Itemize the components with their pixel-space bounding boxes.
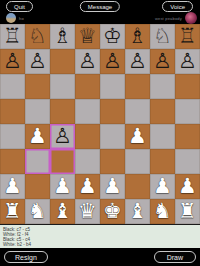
chess-app-screen: Quit Message Voice ho west peabody ♖♘♗♕♔… xyxy=(0,0,200,266)
square-h5[interactable] xyxy=(175,99,200,124)
bottom-bar: Resign Draw xyxy=(0,248,200,266)
square-f5[interactable] xyxy=(125,99,150,124)
piece-white-pawn: ♟ xyxy=(75,174,100,199)
square-d1[interactable]: ♛ xyxy=(75,199,100,224)
piece-black-bishop: ♗ xyxy=(125,24,150,49)
piece-black-knight: ♘ xyxy=(25,24,50,49)
square-b7[interactable]: ♙ xyxy=(25,49,50,74)
piece-white-pawn: ♟ xyxy=(50,174,75,199)
square-a1[interactable]: ♜ xyxy=(0,199,25,224)
square-b1[interactable]: ♞ xyxy=(25,199,50,224)
square-d8[interactable]: ♕ xyxy=(75,24,100,49)
square-d3[interactable] xyxy=(75,149,100,174)
piece-black-rook: ♖ xyxy=(0,24,25,49)
square-h2[interactable]: ♟ xyxy=(175,174,200,199)
square-h4[interactable] xyxy=(175,124,200,149)
square-e5[interactable] xyxy=(100,99,125,124)
move-entry: White: b2 - b4 xyxy=(3,242,200,247)
piece-white-pawn: ♟ xyxy=(100,174,125,199)
square-f3[interactable] xyxy=(125,149,150,174)
square-f6[interactable] xyxy=(125,74,150,99)
piece-white-rook: ♜ xyxy=(0,199,25,224)
square-d4[interactable] xyxy=(75,124,100,149)
square-g3[interactable] xyxy=(150,149,175,174)
player-left-avatar xyxy=(6,13,16,23)
square-b3[interactable] xyxy=(25,149,50,174)
square-e6[interactable] xyxy=(100,74,125,99)
square-c7[interactable] xyxy=(50,49,75,74)
piece-black-pawn: ♙ xyxy=(125,49,150,74)
piece-black-pawn: ♙ xyxy=(100,49,125,74)
square-f1[interactable]: ♝ xyxy=(125,199,150,224)
square-g7[interactable]: ♙ xyxy=(150,49,175,74)
square-a2[interactable]: ♟ xyxy=(0,174,25,199)
square-e3[interactable] xyxy=(100,149,125,174)
square-a6[interactable] xyxy=(0,74,25,99)
piece-white-king: ♚ xyxy=(100,199,125,224)
player-right: west peabody xyxy=(155,12,197,24)
draw-button[interactable]: Draw xyxy=(154,251,196,263)
square-h8[interactable]: ♖ xyxy=(175,24,200,49)
player-row: ho west peabody xyxy=(0,12,200,24)
piece-white-pawn: ♟ xyxy=(175,174,200,199)
square-e8[interactable]: ♔ xyxy=(100,24,125,49)
piece-white-pawn: ♟ xyxy=(0,174,25,199)
voice-button[interactable]: Voice xyxy=(162,1,193,12)
square-a7[interactable]: ♙ xyxy=(0,49,25,74)
piece-black-king: ♔ xyxy=(100,24,125,49)
move-list-panel[interactable]: Black: c7 - c5 White: f2 - f4 Black: c5 … xyxy=(0,224,200,248)
piece-black-pawn: ♙ xyxy=(0,49,25,74)
square-e7[interactable]: ♙ xyxy=(100,49,125,74)
piece-black-knight: ♘ xyxy=(150,24,175,49)
piece-black-bishop: ♗ xyxy=(50,24,75,49)
chess-board: ♖♘♗♕♔♗♘♖♙♙♙♙♙♙♙♟♙♟♟♟♟♟♟♟♜♞♝♛♚♝♞♜ xyxy=(0,24,200,224)
player-left-name: ho xyxy=(19,16,24,21)
square-c6[interactable] xyxy=(50,74,75,99)
square-e2[interactable]: ♟ xyxy=(100,174,125,199)
piece-black-pawn: ♙ xyxy=(150,49,175,74)
square-b2[interactable] xyxy=(25,174,50,199)
square-a8[interactable]: ♖ xyxy=(0,24,25,49)
square-g6[interactable] xyxy=(150,74,175,99)
quit-button[interactable]: Quit xyxy=(6,1,33,12)
square-a4[interactable] xyxy=(0,124,25,149)
piece-black-queen: ♕ xyxy=(75,24,100,49)
piece-white-pawn: ♟ xyxy=(25,124,50,149)
square-c3[interactable] xyxy=(50,149,75,174)
piece-black-rook: ♖ xyxy=(175,24,200,49)
square-c2[interactable]: ♟ xyxy=(50,174,75,199)
square-f2[interactable] xyxy=(125,174,150,199)
square-c5[interactable] xyxy=(50,99,75,124)
square-g8[interactable]: ♘ xyxy=(150,24,175,49)
resign-button[interactable]: Resign xyxy=(4,251,48,263)
player-right-name: west peabody xyxy=(155,16,182,21)
player-left: ho xyxy=(6,13,24,23)
square-e1[interactable]: ♚ xyxy=(100,199,125,224)
piece-black-pawn: ♙ xyxy=(175,49,200,74)
square-h1[interactable]: ♜ xyxy=(175,199,200,224)
square-a5[interactable] xyxy=(0,99,25,124)
square-b4[interactable]: ♟ xyxy=(25,124,50,149)
square-e4[interactable] xyxy=(100,124,125,149)
square-d6[interactable] xyxy=(75,74,100,99)
piece-white-knight: ♞ xyxy=(25,199,50,224)
square-c4[interactable]: ♙ xyxy=(50,124,75,149)
piece-white-bishop: ♝ xyxy=(50,199,75,224)
piece-white-pawn: ♟ xyxy=(125,124,150,149)
square-g1[interactable]: ♞ xyxy=(150,199,175,224)
square-b6[interactable] xyxy=(25,74,50,99)
square-a3[interactable] xyxy=(0,149,25,174)
square-d5[interactable] xyxy=(75,99,100,124)
square-h7[interactable]: ♙ xyxy=(175,49,200,74)
square-c1[interactable]: ♝ xyxy=(50,199,75,224)
piece-black-pawn: ♙ xyxy=(25,49,50,74)
square-f4[interactable]: ♟ xyxy=(125,124,150,149)
piece-white-queen: ♛ xyxy=(75,199,100,224)
square-b5[interactable] xyxy=(25,99,50,124)
square-f7[interactable]: ♙ xyxy=(125,49,150,74)
square-g5[interactable] xyxy=(150,99,175,124)
message-button[interactable]: Message xyxy=(80,1,120,12)
square-h3[interactable] xyxy=(175,149,200,174)
square-b8[interactable]: ♘ xyxy=(25,24,50,49)
player-right-avatar xyxy=(185,12,197,24)
square-g4[interactable] xyxy=(150,124,175,149)
piece-white-pawn: ♟ xyxy=(150,174,175,199)
piece-black-pawn: ♙ xyxy=(75,49,100,74)
piece-white-rook: ♜ xyxy=(175,199,200,224)
square-h6[interactable] xyxy=(175,74,200,99)
piece-black-pawn: ♙ xyxy=(50,124,75,149)
square-f8[interactable]: ♗ xyxy=(125,24,150,49)
square-d7[interactable]: ♙ xyxy=(75,49,100,74)
square-c8[interactable]: ♗ xyxy=(50,24,75,49)
square-g2[interactable]: ♟ xyxy=(150,174,175,199)
piece-white-bishop: ♝ xyxy=(125,199,150,224)
square-d2[interactable]: ♟ xyxy=(75,174,100,199)
piece-white-knight: ♞ xyxy=(150,199,175,224)
